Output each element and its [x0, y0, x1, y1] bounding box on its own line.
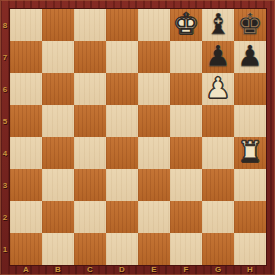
square-f7[interactable] — [170, 41, 202, 73]
file-label-g: G — [202, 264, 234, 275]
square-a2[interactable] — [10, 201, 42, 233]
file-labels: ABCDEFGH — [10, 264, 266, 275]
square-d3[interactable] — [106, 169, 138, 201]
piece-white-rook-h4[interactable]: ♜ — [237, 138, 263, 167]
square-a6[interactable] — [10, 73, 42, 105]
square-e2[interactable] — [138, 201, 170, 233]
square-h8[interactable]: ♚ — [234, 9, 266, 41]
rank-label-8: 8 — [0, 9, 10, 41]
square-e4[interactable] — [138, 137, 170, 169]
square-f2[interactable] — [170, 201, 202, 233]
file-label-e: E — [138, 264, 170, 275]
square-d4[interactable] — [106, 137, 138, 169]
square-e7[interactable] — [138, 41, 170, 73]
square-g4[interactable] — [202, 137, 234, 169]
piece-white-king-f8[interactable]: ♚ — [173, 10, 199, 39]
square-a3[interactable] — [10, 169, 42, 201]
square-a7[interactable] — [10, 41, 42, 73]
square-e8[interactable] — [138, 9, 170, 41]
square-h1[interactable] — [234, 233, 266, 265]
square-f8[interactable]: ♚ — [170, 9, 202, 41]
rank-label-7: 7 — [0, 41, 10, 73]
square-g6[interactable]: ♟ — [202, 73, 234, 105]
file-label-h: H — [234, 264, 266, 275]
square-b7[interactable] — [42, 41, 74, 73]
square-f4[interactable] — [170, 137, 202, 169]
square-g7[interactable]: ♟ — [202, 41, 234, 73]
square-c6[interactable] — [74, 73, 106, 105]
square-a1[interactable] — [10, 233, 42, 265]
piece-black-pawn-g7[interactable]: ♟ — [205, 42, 231, 71]
square-c3[interactable] — [74, 169, 106, 201]
rank-label-1: 1 — [0, 233, 10, 265]
square-h4[interactable]: ♜ — [234, 137, 266, 169]
piece-black-bishop-g8[interactable]: ♝ — [205, 10, 231, 39]
square-f5[interactable] — [170, 105, 202, 137]
rank-label-5: 5 — [0, 105, 10, 137]
rank-label-2: 2 — [0, 201, 10, 233]
square-c4[interactable] — [74, 137, 106, 169]
square-b6[interactable] — [42, 73, 74, 105]
square-a5[interactable] — [10, 105, 42, 137]
square-g3[interactable] — [202, 169, 234, 201]
rank-label-4: 4 — [0, 137, 10, 169]
square-d1[interactable] — [106, 233, 138, 265]
square-g2[interactable] — [202, 201, 234, 233]
square-h7[interactable]: ♟ — [234, 41, 266, 73]
rank-labels: 87654321 — [0, 9, 10, 265]
square-a8[interactable] — [10, 9, 42, 41]
square-f1[interactable] — [170, 233, 202, 265]
square-d6[interactable] — [106, 73, 138, 105]
square-d7[interactable] — [106, 41, 138, 73]
square-h5[interactable] — [234, 105, 266, 137]
square-g5[interactable] — [202, 105, 234, 137]
square-e3[interactable] — [138, 169, 170, 201]
square-h3[interactable] — [234, 169, 266, 201]
square-d2[interactable] — [106, 201, 138, 233]
square-h6[interactable] — [234, 73, 266, 105]
square-h2[interactable] — [234, 201, 266, 233]
chess-board-frame: ♚♝♚♟♟♟♜ 87654321 ABCDEFGH — [0, 0, 275, 275]
square-f6[interactable] — [170, 73, 202, 105]
file-label-a: A — [10, 264, 42, 275]
square-e1[interactable] — [138, 233, 170, 265]
chess-board: ♚♝♚♟♟♟♜ — [10, 9, 266, 265]
square-b2[interactable] — [42, 201, 74, 233]
file-label-b: B — [42, 264, 74, 275]
file-label-c: C — [74, 264, 106, 275]
square-c2[interactable] — [74, 201, 106, 233]
piece-white-pawn-g6[interactable]: ♟ — [205, 74, 231, 103]
square-g1[interactable] — [202, 233, 234, 265]
square-e6[interactable] — [138, 73, 170, 105]
file-label-f: F — [170, 264, 202, 275]
square-d8[interactable] — [106, 9, 138, 41]
square-c8[interactable] — [74, 9, 106, 41]
square-c7[interactable] — [74, 41, 106, 73]
square-e5[interactable] — [138, 105, 170, 137]
square-b4[interactable] — [42, 137, 74, 169]
piece-black-pawn-h7[interactable]: ♟ — [237, 42, 263, 71]
rank-label-6: 6 — [0, 73, 10, 105]
file-label-d: D — [106, 264, 138, 275]
square-d5[interactable] — [106, 105, 138, 137]
square-b1[interactable] — [42, 233, 74, 265]
square-a4[interactable] — [10, 137, 42, 169]
square-b3[interactable] — [42, 169, 74, 201]
rank-label-3: 3 — [0, 169, 10, 201]
square-b5[interactable] — [42, 105, 74, 137]
square-c1[interactable] — [74, 233, 106, 265]
square-f3[interactable] — [170, 169, 202, 201]
square-c5[interactable] — [74, 105, 106, 137]
square-b8[interactable] — [42, 9, 74, 41]
piece-black-king-h8[interactable]: ♚ — [237, 10, 263, 39]
square-g8[interactable]: ♝ — [202, 9, 234, 41]
